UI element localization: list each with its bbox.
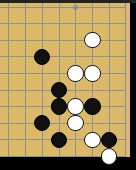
black-stone-O3[interactable]	[34, 115, 50, 131]
board-point-Q4[interactable]	[67, 98, 84, 115]
white-stone-Q4[interactable]	[67, 98, 83, 114]
white-stone-Q3[interactable]	[67, 115, 83, 131]
board-point-S2[interactable]	[101, 131, 118, 148]
black-stone-P4[interactable]	[51, 98, 67, 114]
board-point-O3[interactable]	[34, 115, 51, 132]
black-stone-P2[interactable]	[51, 132, 67, 148]
board-point-R4[interactable]	[84, 98, 101, 115]
board-point-R8[interactable]	[84, 32, 101, 49]
black-stone-P5[interactable]	[51, 82, 67, 98]
black-stone-S2[interactable]	[101, 132, 117, 148]
white-stone-R6[interactable]	[84, 65, 100, 81]
board-point-P2[interactable]	[51, 131, 68, 148]
go-board-grid[interactable]	[1, 0, 135, 165]
board-point-R2[interactable]	[84, 131, 101, 148]
board-point-O7[interactable]	[34, 48, 51, 65]
board-point-R6[interactable]	[84, 65, 101, 82]
black-stone-O7[interactable]	[34, 49, 50, 65]
white-stone-R2[interactable]	[84, 132, 100, 148]
board-point-P5[interactable]	[51, 82, 68, 99]
board-point-S1[interactable]	[101, 148, 118, 165]
white-stone-S1[interactable]	[101, 148, 117, 164]
white-stone-R8[interactable]	[84, 32, 100, 48]
board-point-Q6[interactable]	[67, 65, 84, 82]
black-stone-R4[interactable]	[84, 98, 100, 114]
board-point-Q3[interactable]	[67, 115, 84, 132]
board-point-P4[interactable]	[51, 98, 68, 115]
white-stone-Q6[interactable]	[67, 65, 83, 81]
go-board-screenshot	[0, 0, 136, 170]
